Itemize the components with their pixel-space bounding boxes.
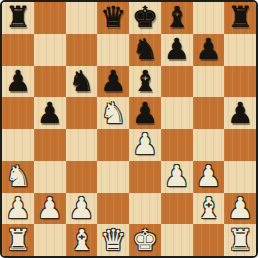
piece-black-pawn: ♟ xyxy=(132,98,158,129)
square-d5[interactable]: ♞ xyxy=(97,97,129,129)
square-h8[interactable]: ♜ xyxy=(224,2,256,34)
piece-white-knight: ♞ xyxy=(100,98,126,129)
square-a1[interactable]: ♜ xyxy=(2,224,34,256)
piece-black-bishop: ♝ xyxy=(164,2,190,33)
square-g1[interactable] xyxy=(193,224,225,256)
square-c3[interactable] xyxy=(66,161,98,193)
square-e8[interactable]: ♚ xyxy=(129,2,161,34)
square-h6[interactable] xyxy=(224,66,256,98)
chess-board: ♜♛♚♝♜♞♟♟♟♞♟♝♟♞♟♟♟♞♟♟♟♟♟♝♟♜♝♛♚♜ xyxy=(0,0,258,258)
square-e5[interactable]: ♟ xyxy=(129,97,161,129)
piece-black-rook: ♜ xyxy=(227,2,253,33)
square-c2[interactable]: ♟ xyxy=(66,193,98,225)
piece-black-queen: ♛ xyxy=(100,2,126,33)
piece-black-knight: ♞ xyxy=(68,66,94,97)
square-h4[interactable] xyxy=(224,129,256,161)
square-f5[interactable] xyxy=(161,97,193,129)
piece-white-bishop: ♝ xyxy=(195,193,221,224)
square-c5[interactable] xyxy=(66,97,98,129)
piece-white-bishop: ♝ xyxy=(68,225,94,256)
piece-black-pawn: ♟ xyxy=(164,34,190,65)
square-a5[interactable] xyxy=(2,97,34,129)
piece-black-pawn: ♟ xyxy=(195,34,221,65)
square-d3[interactable] xyxy=(97,161,129,193)
square-b4[interactable] xyxy=(34,129,66,161)
square-b7[interactable] xyxy=(34,34,66,66)
square-d6[interactable]: ♟ xyxy=(97,66,129,98)
square-d2[interactable] xyxy=(97,193,129,225)
square-d7[interactable] xyxy=(97,34,129,66)
square-f3[interactable]: ♟ xyxy=(161,161,193,193)
square-f8[interactable]: ♝ xyxy=(161,2,193,34)
square-d8[interactable]: ♛ xyxy=(97,2,129,34)
square-c6[interactable]: ♞ xyxy=(66,66,98,98)
square-e6[interactable]: ♝ xyxy=(129,66,161,98)
square-g8[interactable] xyxy=(193,2,225,34)
square-h5[interactable]: ♟ xyxy=(224,97,256,129)
square-a2[interactable]: ♟ xyxy=(2,193,34,225)
square-f2[interactable] xyxy=(161,193,193,225)
square-c7[interactable] xyxy=(66,34,98,66)
piece-white-pawn: ♟ xyxy=(5,193,31,224)
square-c1[interactable]: ♝ xyxy=(66,224,98,256)
square-c8[interactable] xyxy=(66,2,98,34)
square-h7[interactable] xyxy=(224,34,256,66)
piece-black-pawn: ♟ xyxy=(37,98,63,129)
square-g7[interactable]: ♟ xyxy=(193,34,225,66)
square-e7[interactable]: ♞ xyxy=(129,34,161,66)
square-f6[interactable] xyxy=(161,66,193,98)
square-h2[interactable]: ♟ xyxy=(224,193,256,225)
square-g4[interactable] xyxy=(193,129,225,161)
square-f1[interactable] xyxy=(161,224,193,256)
piece-white-pawn: ♟ xyxy=(164,161,190,192)
square-b3[interactable] xyxy=(34,161,66,193)
square-e4[interactable]: ♟ xyxy=(129,129,161,161)
piece-white-pawn: ♟ xyxy=(227,193,253,224)
square-a8[interactable]: ♜ xyxy=(2,2,34,34)
square-b2[interactable]: ♟ xyxy=(34,193,66,225)
square-b6[interactable] xyxy=(34,66,66,98)
piece-white-pawn: ♟ xyxy=(37,193,63,224)
square-e2[interactable] xyxy=(129,193,161,225)
square-d4[interactable] xyxy=(97,129,129,161)
square-a3[interactable]: ♞ xyxy=(2,161,34,193)
piece-black-pawn: ♟ xyxy=(5,66,31,97)
square-h1[interactable]: ♜ xyxy=(224,224,256,256)
piece-black-king: ♚ xyxy=(132,2,158,33)
square-e1[interactable]: ♚ xyxy=(129,224,161,256)
square-a6[interactable]: ♟ xyxy=(2,66,34,98)
square-g5[interactable] xyxy=(193,97,225,129)
piece-black-rook: ♜ xyxy=(5,2,31,33)
piece-white-knight: ♞ xyxy=(5,161,31,192)
square-d1[interactable]: ♛ xyxy=(97,224,129,256)
piece-black-knight: ♞ xyxy=(132,34,158,65)
square-h3[interactable] xyxy=(224,161,256,193)
piece-white-pawn: ♟ xyxy=(68,193,94,224)
square-a7[interactable] xyxy=(2,34,34,66)
square-g3[interactable]: ♟ xyxy=(193,161,225,193)
piece-white-king: ♚ xyxy=(132,225,158,256)
piece-white-pawn: ♟ xyxy=(132,129,158,160)
square-b8[interactable] xyxy=(34,2,66,34)
piece-white-rook: ♜ xyxy=(5,225,31,256)
square-g2[interactable]: ♝ xyxy=(193,193,225,225)
square-f7[interactable]: ♟ xyxy=(161,34,193,66)
piece-black-pawn: ♟ xyxy=(227,98,253,129)
square-c4[interactable] xyxy=(66,129,98,161)
piece-white-queen: ♛ xyxy=(100,225,126,256)
square-b1[interactable] xyxy=(34,224,66,256)
square-b5[interactable]: ♟ xyxy=(34,97,66,129)
piece-white-pawn: ♟ xyxy=(195,161,221,192)
square-f4[interactable] xyxy=(161,129,193,161)
square-g6[interactable] xyxy=(193,66,225,98)
piece-black-bishop: ♝ xyxy=(132,66,158,97)
piece-black-pawn: ♟ xyxy=(100,66,126,97)
square-e3[interactable] xyxy=(129,161,161,193)
square-a4[interactable] xyxy=(2,129,34,161)
board-grid: ♜♛♚♝♜♞♟♟♟♞♟♝♟♞♟♟♟♞♟♟♟♟♟♝♟♜♝♛♚♜ xyxy=(2,2,256,256)
piece-white-rook: ♜ xyxy=(227,225,253,256)
